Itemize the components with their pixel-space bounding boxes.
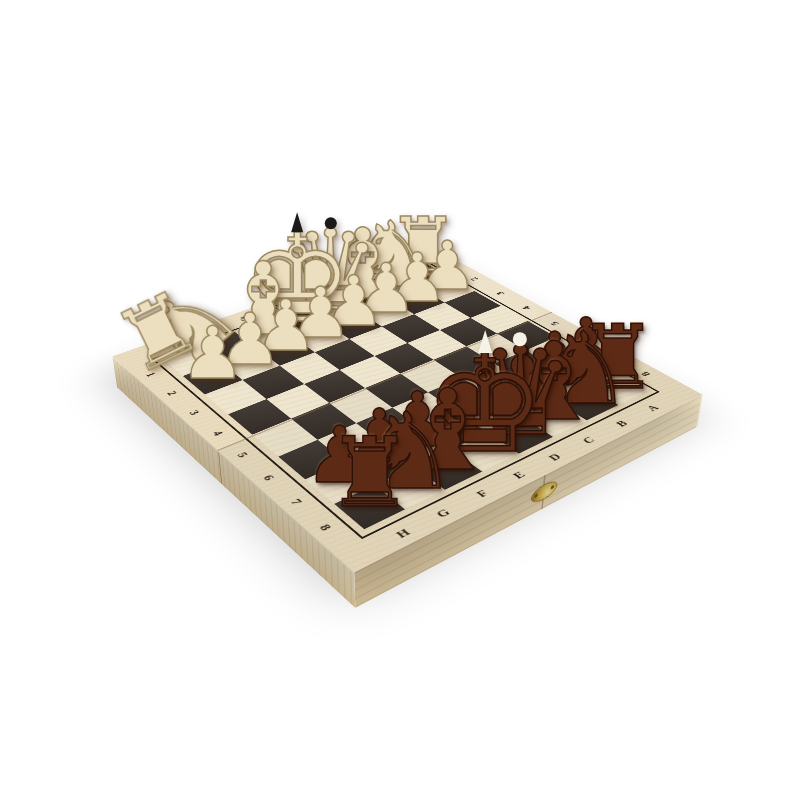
file-label: D — [545, 452, 563, 462]
rank-label-far: 8 — [639, 371, 653, 378]
square-g8 — [375, 466, 445, 509]
file-label-far: G — [201, 327, 216, 335]
square-h7 — [305, 461, 374, 503]
square-e7 — [421, 412, 487, 449]
file-label: E — [510, 469, 527, 480]
file-label: B — [612, 419, 629, 428]
square-h6 — [278, 439, 345, 479]
file-label: C — [579, 435, 596, 445]
file-label-far: C — [334, 281, 347, 288]
square-c7 — [491, 382, 555, 416]
rank-label: 8 — [318, 522, 335, 532]
rank-label: 6 — [261, 473, 277, 482]
file-label: F — [473, 488, 490, 499]
square-h5 — [252, 418, 317, 456]
square-d7 — [457, 396, 522, 432]
square-g7 — [345, 444, 413, 484]
square-e5 — [365, 374, 427, 408]
file-label-far: B — [365, 270, 378, 276]
rank-label-far: 2 — [468, 277, 480, 282]
square-a8 — [586, 371, 649, 404]
square-h8 — [334, 485, 406, 530]
rank-label: 2 — [165, 389, 180, 396]
rank-label: 4 — [211, 429, 227, 437]
square-f5 — [329, 388, 392, 423]
board-outline — [151, 261, 659, 539]
file-label-far: H — [164, 340, 179, 348]
file-label: A — [644, 403, 661, 412]
rank-label: 5 — [235, 450, 251, 459]
square-g5 — [292, 403, 356, 439]
rank-label-far: 1 — [444, 263, 456, 268]
square-d8 — [487, 416, 554, 454]
file-label-far: E — [270, 303, 283, 310]
square-h4 — [228, 399, 292, 435]
file-label-far: A — [395, 260, 408, 266]
rank-label-far: 7 — [607, 353, 620, 360]
square-g6 — [318, 423, 384, 461]
square-d6 — [428, 377, 491, 411]
rank-label-far: 3 — [494, 291, 507, 297]
square-h3 — [205, 380, 267, 414]
rank-label-far: 5 — [548, 320, 561, 326]
square-e6 — [393, 392, 457, 427]
file-label-far: F — [237, 315, 250, 322]
square-f6 — [356, 407, 421, 444]
file-label: H — [392, 527, 411, 540]
rank-label-far: 6 — [577, 336, 590, 342]
square-c8 — [521, 400, 586, 436]
scene: 11AA22BB33CC44DD55EE66FF77GG88HH — [0, 0, 800, 800]
rank-label: 7 — [289, 497, 306, 506]
board-face: 11AA22BB33CC44DD55EE66FF77GG88HH — [113, 246, 703, 573]
product-photo: 11AA22BB33CC44DD55EE66FF77GG88HH ♜♞♝♛♚♝♞… — [0, 0, 800, 800]
chess-box: 11AA22BB33CC44DD55EE66FF77GG88HH — [113, 246, 703, 573]
square-e8 — [451, 432, 519, 471]
rank-label: 3 — [188, 408, 203, 416]
square-b8 — [554, 386, 618, 421]
rank-label: 1 — [144, 371, 159, 378]
square-f8 — [414, 449, 483, 490]
file-label-far: D — [303, 292, 317, 299]
side-seam — [218, 452, 222, 485]
file-label: G — [433, 507, 452, 519]
rank-label-far: 4 — [520, 305, 533, 311]
square-g4 — [267, 384, 330, 419]
square-f7 — [384, 427, 451, 466]
